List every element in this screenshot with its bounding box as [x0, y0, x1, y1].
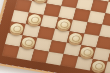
board-grid: ⛀⛀⛀⛀⛀⛀⛀⛀: [2, 0, 110, 73]
photo-background: ⛀⛀⛀⛀⛀⛀⛀⛀: [0, 0, 110, 73]
checkers-board: ⛀⛀⛀⛀⛀⛀⛀⛀: [0, 0, 110, 73]
